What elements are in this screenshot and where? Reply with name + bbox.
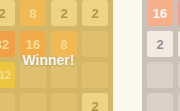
winner-text: Winner! bbox=[23, 52, 75, 68]
board-right: 163222 bbox=[142, 0, 180, 111]
winner-overlay: Winner! bbox=[0, 0, 113, 111]
board-left: 2822321685122 Winner! bbox=[0, 0, 113, 111]
game-viewport: 2822321685122 Winner! 163222 bbox=[0, 0, 180, 111]
fade-overlay bbox=[142, 0, 180, 111]
